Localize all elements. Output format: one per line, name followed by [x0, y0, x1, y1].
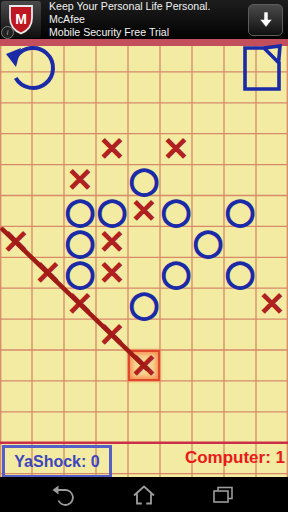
- winning-line: [0, 39, 288, 477]
- new-game-button[interactable]: [242, 44, 284, 96]
- undo-circular-arrow-icon: [4, 45, 56, 93]
- ad-download-button[interactable]: [248, 4, 283, 36]
- mcafee-logo: M i: [1, 1, 41, 38]
- back-button[interactable]: [51, 477, 77, 512]
- computer-score-label: Computer: 1: [185, 448, 285, 468]
- ad-text-line1: Keep Your Personal Life Personal. McAfee: [49, 0, 248, 26]
- ad-banner[interactable]: M i Keep Your Personal Life Personal. Mc…: [0, 0, 288, 39]
- svg-text:M: M: [15, 11, 27, 27]
- back-icon: [51, 484, 77, 506]
- home-icon: [132, 484, 156, 506]
- home-button[interactable]: [132, 477, 156, 512]
- ad-info-icon[interactable]: i: [1, 26, 14, 39]
- recent-apps-button[interactable]: [211, 477, 235, 512]
- new-document-icon: [242, 44, 284, 92]
- undo-button[interactable]: [4, 45, 56, 97]
- phone-screen: M i Keep Your Personal Life Personal. Mc…: [0, 0, 288, 512]
- navigation-bar: [0, 477, 288, 512]
- recent-apps-icon: [211, 485, 235, 505]
- ad-text: Keep Your Personal Life Personal. McAfee…: [42, 0, 248, 39]
- ad-text-line2: Mobile Security Free Trial: [49, 26, 248, 39]
- game-board[interactable]: ✕✕✕○○○✕○○✕○✕○✕○✕○○✕○✕✕✕: [0, 39, 288, 477]
- download-arrow-icon: [259, 11, 273, 28]
- player-score-label: YaShock: 0: [14, 453, 99, 471]
- player-score-box: YaShock: 0: [2, 445, 112, 478]
